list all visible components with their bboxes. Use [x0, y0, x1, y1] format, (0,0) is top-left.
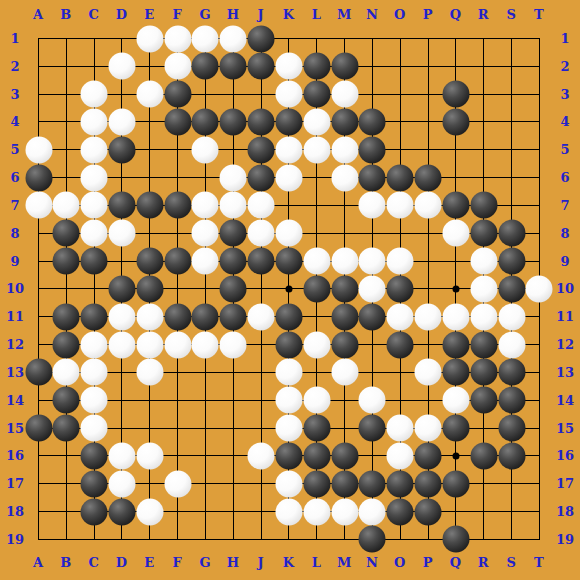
white-stone[interactable]	[359, 275, 386, 302]
row-label-right: 8	[560, 225, 569, 240]
white-stone[interactable]	[275, 359, 302, 386]
white-stone[interactable]	[275, 136, 302, 163]
column-label-top: K	[283, 7, 294, 22]
row-label-left: 1	[10, 31, 19, 46]
white-stone[interactable]	[498, 331, 525, 358]
row-label-left: 7	[10, 197, 19, 212]
white-stone[interactable]	[331, 248, 358, 275]
white-stone[interactable]	[275, 81, 302, 108]
column-label-bottom: H	[227, 555, 239, 570]
black-stone[interactable]	[25, 359, 52, 386]
white-stone[interactable]	[108, 470, 135, 497]
column-label-top: Q	[450, 7, 461, 22]
white-stone[interactable]	[442, 303, 469, 330]
white-stone[interactable]	[387, 303, 414, 330]
white-stone[interactable]	[81, 136, 108, 163]
row-label-right: 16	[556, 448, 574, 463]
row-label-left: 18	[6, 504, 24, 519]
row-label-right: 19	[556, 531, 574, 546]
black-stone[interactable]	[498, 275, 525, 302]
black-stone[interactable]	[415, 498, 442, 525]
black-stone[interactable]	[81, 470, 108, 497]
white-stone[interactable]	[248, 192, 275, 219]
black-stone[interactable]	[331, 442, 358, 469]
black-stone[interactable]	[470, 220, 497, 247]
white-stone[interactable]	[387, 442, 414, 469]
white-stone[interactable]	[108, 331, 135, 358]
column-label-bottom: K	[283, 555, 294, 570]
row-label-left: 11	[6, 309, 24, 324]
black-stone[interactable]	[81, 442, 108, 469]
black-stone[interactable]	[81, 248, 108, 275]
white-stone[interactable]	[470, 248, 497, 275]
row-label-left: 6	[10, 170, 19, 185]
column-label-bottom: R	[478, 555, 489, 570]
white-stone[interactable]	[275, 164, 302, 191]
black-stone[interactable]	[359, 136, 386, 163]
black-stone[interactable]	[387, 498, 414, 525]
black-stone[interactable]	[303, 53, 330, 80]
black-stone[interactable]	[331, 303, 358, 330]
white-stone[interactable]	[248, 303, 275, 330]
black-stone[interactable]	[248, 248, 275, 275]
white-stone[interactable]	[136, 442, 163, 469]
row-label-left: 10	[6, 281, 24, 296]
black-stone[interactable]	[498, 387, 525, 414]
row-label-left: 3	[10, 86, 19, 101]
white-stone[interactable]	[25, 192, 52, 219]
black-stone[interactable]	[220, 248, 247, 275]
column-label-bottom: M	[337, 555, 351, 570]
black-stone[interactable]	[136, 192, 163, 219]
column-label-top: O	[394, 7, 405, 22]
white-stone[interactable]	[53, 192, 80, 219]
row-label-right: 7	[560, 197, 569, 212]
white-stone[interactable]	[108, 303, 135, 330]
row-label-right: 15	[556, 420, 574, 435]
black-stone[interactable]	[331, 53, 358, 80]
black-stone[interactable]	[303, 81, 330, 108]
black-stone[interactable]	[303, 275, 330, 302]
white-stone[interactable]	[442, 387, 469, 414]
column-label-bottom: Q	[450, 555, 461, 570]
white-stone[interactable]	[81, 359, 108, 386]
black-stone[interactable]	[248, 136, 275, 163]
column-label-bottom: B	[60, 555, 71, 570]
white-stone[interactable]	[331, 81, 358, 108]
white-stone[interactable]	[526, 275, 553, 302]
row-label-left: 14	[6, 392, 24, 407]
white-stone[interactable]	[192, 220, 219, 247]
black-stone[interactable]	[25, 415, 52, 442]
column-label-top: M	[337, 7, 351, 22]
white-stone[interactable]	[108, 220, 135, 247]
black-stone[interactable]	[498, 248, 525, 275]
row-label-left: 17	[6, 476, 24, 491]
black-stone[interactable]	[498, 220, 525, 247]
white-stone[interactable]	[136, 359, 163, 386]
white-stone[interactable]	[275, 470, 302, 497]
column-label-bottom: A	[33, 555, 43, 570]
white-stone[interactable]	[108, 53, 135, 80]
star-point	[452, 285, 459, 292]
black-stone[interactable]	[442, 81, 469, 108]
column-label-bottom: N	[366, 555, 378, 570]
white-stone[interactable]	[415, 415, 442, 442]
row-label-left: 19	[6, 531, 24, 546]
black-stone[interactable]	[470, 331, 497, 358]
row-label-right: 3	[560, 86, 569, 101]
white-stone[interactable]	[331, 498, 358, 525]
column-label-bottom: F	[173, 555, 182, 570]
column-label-bottom: S	[506, 555, 515, 570]
white-stone[interactable]	[108, 442, 135, 469]
column-label-top: D	[116, 7, 127, 22]
white-stone[interactable]	[192, 248, 219, 275]
column-label-top: G	[199, 7, 210, 22]
white-stone[interactable]	[387, 192, 414, 219]
black-stone[interactable]	[331, 331, 358, 358]
white-stone[interactable]	[248, 442, 275, 469]
black-stone[interactable]	[415, 164, 442, 191]
black-stone[interactable]	[442, 526, 469, 553]
column-label-bottom: O	[394, 555, 405, 570]
row-label-left: 4	[10, 114, 19, 129]
column-label-bottom: G	[199, 555, 210, 570]
row-label-left: 16	[6, 448, 24, 463]
white-stone[interactable]	[442, 220, 469, 247]
white-stone[interactable]	[359, 248, 386, 275]
white-stone[interactable]	[220, 192, 247, 219]
white-stone[interactable]	[275, 220, 302, 247]
white-stone[interactable]	[498, 303, 525, 330]
black-stone[interactable]	[359, 164, 386, 191]
white-stone[interactable]	[470, 275, 497, 302]
black-stone[interactable]	[331, 470, 358, 497]
white-stone[interactable]	[415, 192, 442, 219]
row-label-right: 14	[556, 392, 574, 407]
white-stone[interactable]	[387, 415, 414, 442]
black-stone[interactable]	[192, 108, 219, 135]
black-stone[interactable]	[498, 359, 525, 386]
column-label-bottom: P	[423, 555, 433, 570]
black-stone[interactable]	[81, 303, 108, 330]
black-stone[interactable]	[53, 220, 80, 247]
white-stone[interactable]	[192, 25, 219, 52]
black-stone[interactable]	[220, 53, 247, 80]
black-stone[interactable]	[442, 415, 469, 442]
black-stone[interactable]	[275, 248, 302, 275]
row-label-left: 9	[10, 253, 19, 268]
go-board: AABBCCDDEEFFGGHHJJKKLLMMNNOOPPQQRRSSTT11…	[0, 0, 580, 580]
black-stone[interactable]	[415, 442, 442, 469]
column-label-top: A	[33, 7, 43, 22]
black-stone[interactable]	[498, 415, 525, 442]
white-stone[interactable]	[331, 359, 358, 386]
black-stone[interactable]	[220, 275, 247, 302]
white-stone[interactable]	[136, 25, 163, 52]
white-stone[interactable]	[415, 303, 442, 330]
black-stone[interactable]	[192, 303, 219, 330]
black-stone[interactable]	[108, 192, 135, 219]
white-stone[interactable]	[303, 498, 330, 525]
column-label-top: C	[88, 7, 98, 22]
column-label-top: B	[60, 7, 71, 22]
black-stone[interactable]	[192, 53, 219, 80]
black-stone[interactable]	[164, 248, 191, 275]
white-stone[interactable]	[220, 164, 247, 191]
row-label-left: 8	[10, 225, 19, 240]
white-stone[interactable]	[81, 108, 108, 135]
white-stone[interactable]	[108, 108, 135, 135]
black-stone[interactable]	[387, 275, 414, 302]
white-stone[interactable]	[81, 415, 108, 442]
black-stone[interactable]	[275, 303, 302, 330]
black-stone[interactable]	[470, 192, 497, 219]
black-stone[interactable]	[442, 359, 469, 386]
black-stone[interactable]	[53, 415, 80, 442]
black-stone[interactable]	[442, 331, 469, 358]
row-label-left: 15	[6, 420, 24, 435]
row-label-right: 11	[556, 309, 574, 324]
white-stone[interactable]	[53, 359, 80, 386]
black-stone[interactable]	[359, 415, 386, 442]
white-stone[interactable]	[359, 192, 386, 219]
black-stone[interactable]	[415, 470, 442, 497]
white-stone[interactable]	[136, 303, 163, 330]
black-stone[interactable]	[53, 387, 80, 414]
black-stone[interactable]	[136, 275, 163, 302]
row-label-right: 5	[560, 142, 569, 157]
black-stone[interactable]	[470, 387, 497, 414]
black-stone[interactable]	[442, 192, 469, 219]
column-label-top: T	[534, 7, 544, 22]
black-stone[interactable]	[53, 303, 80, 330]
white-stone[interactable]	[81, 331, 108, 358]
column-label-bottom: C	[88, 555, 98, 570]
white-stone[interactable]	[331, 136, 358, 163]
row-label-left: 12	[6, 337, 24, 352]
column-label-top: S	[506, 7, 515, 22]
column-label-top: L	[312, 7, 321, 22]
white-stone[interactable]	[192, 136, 219, 163]
white-stone[interactable]	[275, 53, 302, 80]
black-stone[interactable]	[164, 108, 191, 135]
white-stone[interactable]	[220, 331, 247, 358]
white-stone[interactable]	[303, 248, 330, 275]
star-point	[285, 285, 292, 292]
column-label-bottom: E	[144, 555, 154, 570]
column-label-top: P	[423, 7, 433, 22]
black-stone[interactable]	[387, 331, 414, 358]
white-stone[interactable]	[331, 164, 358, 191]
row-label-right: 10	[556, 281, 574, 296]
column-label-top: F	[173, 7, 182, 22]
black-stone[interactable]	[470, 442, 497, 469]
column-label-top: N	[366, 7, 378, 22]
column-label-bottom: L	[312, 555, 321, 570]
black-stone[interactable]	[248, 53, 275, 80]
black-stone[interactable]	[164, 192, 191, 219]
white-stone[interactable]	[359, 498, 386, 525]
row-label-left: 2	[10, 58, 19, 73]
white-stone[interactable]	[81, 387, 108, 414]
black-stone[interactable]	[275, 442, 302, 469]
black-stone[interactable]	[220, 220, 247, 247]
black-stone[interactable]	[359, 526, 386, 553]
row-label-left: 13	[6, 364, 24, 379]
white-stone[interactable]	[220, 25, 247, 52]
column-label-bottom: T	[534, 555, 544, 570]
black-stone[interactable]	[248, 25, 275, 52]
row-label-right: 9	[560, 253, 569, 268]
black-stone[interactable]	[359, 470, 386, 497]
white-stone[interactable]	[415, 359, 442, 386]
column-label-top: H	[227, 7, 239, 22]
column-label-top: E	[144, 7, 154, 22]
black-stone[interactable]	[498, 442, 525, 469]
white-stone[interactable]	[470, 303, 497, 330]
column-label-bottom: D	[116, 555, 127, 570]
row-label-left: 5	[10, 142, 19, 157]
row-label-right: 6	[560, 170, 569, 185]
black-stone[interactable]	[387, 470, 414, 497]
black-stone[interactable]	[108, 498, 135, 525]
white-stone[interactable]	[192, 331, 219, 358]
black-stone[interactable]	[53, 331, 80, 358]
black-stone[interactable]	[275, 331, 302, 358]
white-stone[interactable]	[25, 136, 52, 163]
white-stone[interactable]	[248, 220, 275, 247]
black-stone[interactable]	[164, 81, 191, 108]
white-stone[interactable]	[81, 81, 108, 108]
white-stone[interactable]	[192, 192, 219, 219]
black-stone[interactable]	[275, 108, 302, 135]
black-stone[interactable]	[331, 108, 358, 135]
black-stone[interactable]	[164, 303, 191, 330]
row-label-right: 4	[560, 114, 569, 129]
black-stone[interactable]	[248, 108, 275, 135]
black-stone[interactable]	[81, 498, 108, 525]
black-stone[interactable]	[442, 108, 469, 135]
white-stone[interactable]	[275, 387, 302, 414]
white-stone[interactable]	[136, 331, 163, 358]
black-stone[interactable]	[108, 275, 135, 302]
row-label-right: 12	[556, 337, 574, 352]
white-stone[interactable]	[136, 81, 163, 108]
white-stone[interactable]	[275, 415, 302, 442]
black-stone[interactable]	[359, 303, 386, 330]
white-stone[interactable]	[387, 248, 414, 275]
white-stone[interactable]	[359, 387, 386, 414]
black-stone[interactable]	[331, 275, 358, 302]
white-stone[interactable]	[164, 331, 191, 358]
black-stone[interactable]	[53, 248, 80, 275]
black-stone[interactable]	[303, 442, 330, 469]
black-stone[interactable]	[359, 108, 386, 135]
white-stone[interactable]	[303, 136, 330, 163]
black-stone[interactable]	[25, 164, 52, 191]
white-stone[interactable]	[164, 470, 191, 497]
white-stone[interactable]	[275, 498, 302, 525]
white-stone[interactable]	[136, 498, 163, 525]
black-stone[interactable]	[220, 303, 247, 330]
black-stone[interactable]	[470, 359, 497, 386]
black-stone[interactable]	[248, 164, 275, 191]
white-stone[interactable]	[81, 164, 108, 191]
star-point	[452, 452, 459, 459]
row-label-right: 13	[556, 364, 574, 379]
white-stone[interactable]	[81, 220, 108, 247]
white-stone[interactable]	[164, 53, 191, 80]
white-stone[interactable]	[303, 331, 330, 358]
column-label-bottom: J	[258, 555, 264, 570]
row-label-right: 17	[556, 476, 574, 491]
white-stone[interactable]	[81, 192, 108, 219]
black-stone[interactable]	[136, 248, 163, 275]
black-stone[interactable]	[108, 136, 135, 163]
black-stone[interactable]	[303, 415, 330, 442]
column-label-top: J	[258, 7, 264, 22]
black-stone[interactable]	[303, 470, 330, 497]
row-label-right: 2	[560, 58, 569, 73]
black-stone[interactable]	[387, 164, 414, 191]
column-label-top: R	[478, 7, 489, 22]
white-stone[interactable]	[303, 387, 330, 414]
white-stone[interactable]	[164, 25, 191, 52]
white-stone[interactable]	[303, 108, 330, 135]
black-stone[interactable]	[442, 470, 469, 497]
black-stone[interactable]	[220, 108, 247, 135]
row-label-right: 18	[556, 504, 574, 519]
row-label-right: 1	[560, 31, 569, 46]
